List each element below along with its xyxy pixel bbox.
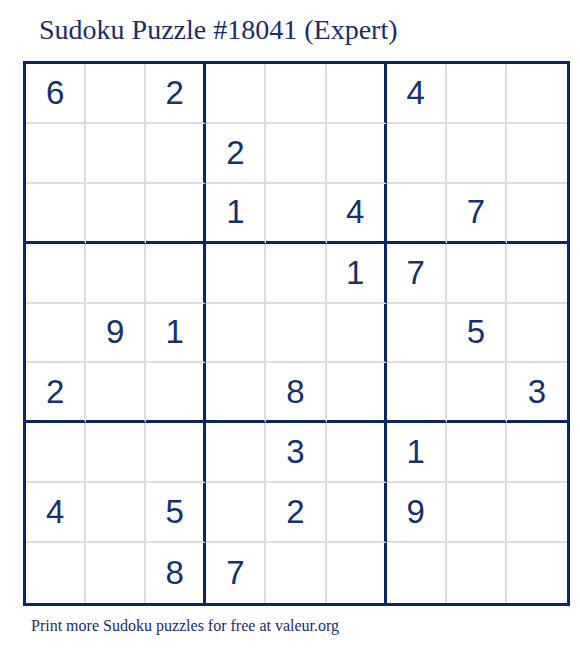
cell-r2c2[interactable] — [86, 124, 146, 184]
cell-r6c4[interactable] — [206, 363, 266, 423]
cell-r8c3-given: 5 — [146, 483, 206, 543]
cell-r9c2[interactable] — [86, 543, 146, 603]
cell-r8c4[interactable] — [206, 483, 266, 543]
cell-r8c2[interactable] — [86, 483, 146, 543]
cell-r2c4-given: 2 — [206, 124, 266, 184]
cell-r4c9[interactable] — [507, 244, 567, 304]
cell-r3c8-given: 7 — [447, 184, 507, 244]
cell-r7c9[interactable] — [507, 423, 567, 483]
cell-r3c7[interactable] — [387, 184, 447, 244]
cell-r9c8[interactable] — [447, 543, 507, 603]
cell-r9c5[interactable] — [266, 543, 326, 603]
cell-r5c6[interactable] — [327, 304, 387, 364]
cell-r1c2[interactable] — [86, 64, 146, 124]
cell-r4c7-given: 7 — [387, 244, 447, 304]
cell-r1c1-given: 6 — [26, 64, 86, 124]
cell-r7c4[interactable] — [206, 423, 266, 483]
cell-r9c6[interactable] — [327, 543, 387, 603]
cell-r9c4-given: 7 — [206, 543, 266, 603]
cell-r3c5[interactable] — [266, 184, 326, 244]
cell-r2c8[interactable] — [447, 124, 507, 184]
cell-r6c5-given: 8 — [266, 363, 326, 423]
cell-r2c6[interactable] — [327, 124, 387, 184]
cell-r3c4-given: 1 — [206, 184, 266, 244]
cell-r5c5[interactable] — [266, 304, 326, 364]
cell-r3c6-given: 4 — [327, 184, 387, 244]
cell-r2c7[interactable] — [387, 124, 447, 184]
cell-r9c7[interactable] — [387, 543, 447, 603]
cell-r6c8[interactable] — [447, 363, 507, 423]
cell-r1c8[interactable] — [447, 64, 507, 124]
cell-r3c9[interactable] — [507, 184, 567, 244]
cell-r1c9[interactable] — [507, 64, 567, 124]
cell-r4c8[interactable] — [447, 244, 507, 304]
cell-r8c8[interactable] — [447, 483, 507, 543]
cell-r9c3-given: 8 — [146, 543, 206, 603]
cell-r7c7-given: 1 — [387, 423, 447, 483]
cell-r3c2[interactable] — [86, 184, 146, 244]
cell-r7c6[interactable] — [327, 423, 387, 483]
cell-r9c1[interactable] — [26, 543, 86, 603]
cell-r7c3[interactable] — [146, 423, 206, 483]
cell-r1c7-given: 4 — [387, 64, 447, 124]
cell-r7c2[interactable] — [86, 423, 146, 483]
cell-r2c9[interactable] — [507, 124, 567, 184]
cell-r1c6[interactable] — [327, 64, 387, 124]
cell-r5c2-given: 9 — [86, 304, 146, 364]
cell-r8c9[interactable] — [507, 483, 567, 543]
cell-r9c9[interactable] — [507, 543, 567, 603]
cell-r3c1[interactable] — [26, 184, 86, 244]
cell-r5c1[interactable] — [26, 304, 86, 364]
cell-r1c3-given: 2 — [146, 64, 206, 124]
cell-r2c5[interactable] — [266, 124, 326, 184]
cell-r4c5[interactable] — [266, 244, 326, 304]
cell-r1c5[interactable] — [266, 64, 326, 124]
cell-r5c3-given: 1 — [146, 304, 206, 364]
cell-r3c3[interactable] — [146, 184, 206, 244]
cell-r8c1-given: 4 — [26, 483, 86, 543]
cell-r8c5-given: 2 — [266, 483, 326, 543]
cell-r4c3[interactable] — [146, 244, 206, 304]
cell-r7c1[interactable] — [26, 423, 86, 483]
cell-r6c9-given: 3 — [507, 363, 567, 423]
cell-r7c5-given: 3 — [266, 423, 326, 483]
sudoku-grid: 62421471791528331452987 — [23, 61, 570, 606]
cell-r5c4[interactable] — [206, 304, 266, 364]
cell-r4c2[interactable] — [86, 244, 146, 304]
cell-r6c2[interactable] — [86, 363, 146, 423]
cell-r8c6[interactable] — [327, 483, 387, 543]
cell-r5c7[interactable] — [387, 304, 447, 364]
cell-r6c3[interactable] — [146, 363, 206, 423]
cell-r4c4[interactable] — [206, 244, 266, 304]
cell-r6c1-given: 2 — [26, 363, 86, 423]
cell-r2c1[interactable] — [26, 124, 86, 184]
cell-r5c8-given: 5 — [447, 304, 507, 364]
cell-r5c9[interactable] — [507, 304, 567, 364]
page-title: Sudoku Puzzle #18041 (Expert) — [39, 12, 398, 48]
footer-text: Print more Sudoku puzzles for free at va… — [31, 615, 339, 637]
cell-r6c6[interactable] — [327, 363, 387, 423]
cell-r1c4[interactable] — [206, 64, 266, 124]
cell-r8c7-given: 9 — [387, 483, 447, 543]
cell-r6c7[interactable] — [387, 363, 447, 423]
cell-r2c3[interactable] — [146, 124, 206, 184]
cell-r4c1[interactable] — [26, 244, 86, 304]
cell-r7c8[interactable] — [447, 423, 507, 483]
cell-r4c6-given: 1 — [327, 244, 387, 304]
